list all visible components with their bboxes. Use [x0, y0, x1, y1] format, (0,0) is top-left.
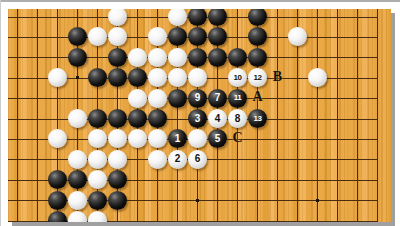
- black-stone: [188, 27, 207, 46]
- black-stone: [228, 48, 247, 67]
- grid-line-vertical: [337, 9, 338, 222]
- black-stone: [108, 191, 127, 210]
- black-stone: [168, 89, 187, 108]
- move-number: 8: [235, 114, 241, 124]
- star-point: [76, 76, 79, 79]
- move-4-stone: 4: [208, 109, 227, 128]
- black-stone: [68, 27, 87, 46]
- black-stone: [88, 68, 107, 87]
- white-stone: [168, 9, 187, 26]
- star-point: [316, 199, 319, 202]
- white-stone: [88, 150, 107, 169]
- point-label-B: B: [273, 69, 282, 85]
- move-number: 9: [195, 93, 201, 103]
- black-stone: [68, 48, 87, 67]
- white-stone: [108, 150, 127, 169]
- grid-line-vertical: [17, 9, 18, 222]
- white-stone: [188, 129, 207, 148]
- black-stone: [168, 27, 187, 46]
- move-6-stone: 6: [188, 150, 207, 169]
- grid-line-vertical: [317, 9, 318, 222]
- top-edge-line: [0, 0, 400, 2]
- grid-line-vertical: [37, 9, 38, 222]
- black-stone: [248, 9, 267, 26]
- white-stone: [108, 129, 127, 148]
- white-stone: [68, 191, 87, 210]
- white-stone: [148, 150, 167, 169]
- left-edge-line: [0, 0, 1, 226]
- white-stone: [148, 27, 167, 46]
- move-1-stone: 1: [168, 129, 187, 148]
- black-stone: [108, 109, 127, 128]
- move-7-stone: 7: [208, 89, 227, 108]
- black-stone: [188, 48, 207, 67]
- white-stone: [108, 27, 127, 46]
- move-2-stone: 2: [168, 150, 187, 169]
- white-stone: [128, 48, 147, 67]
- black-stone: [88, 191, 107, 210]
- black-stone: [48, 170, 67, 189]
- black-stone: [208, 9, 227, 26]
- white-stone: [148, 89, 167, 108]
- white-stone: [168, 48, 187, 67]
- move-number: 1: [175, 134, 181, 144]
- white-stone: [68, 211, 87, 222]
- move-3-stone: 3: [188, 109, 207, 128]
- black-stone: [48, 191, 67, 210]
- white-stone: [128, 89, 147, 108]
- move-9-stone: 9: [188, 89, 207, 108]
- white-stone: [48, 68, 67, 87]
- move-5-stone: 5: [208, 129, 227, 148]
- move-number: 11: [234, 93, 241, 103]
- go-diagram: 10129711348131526ABC: [0, 0, 400, 226]
- white-stone: [188, 68, 207, 87]
- move-number: 6: [195, 154, 201, 164]
- black-stone: [208, 27, 227, 46]
- white-stone: [148, 48, 167, 67]
- black-stone: [88, 109, 107, 128]
- move-number: 7: [215, 93, 221, 103]
- white-stone: [88, 211, 107, 222]
- move-number: 10: [234, 73, 242, 83]
- move-12-stone: 12: [248, 68, 267, 87]
- move-number: 4: [215, 114, 221, 124]
- black-stone: [108, 68, 127, 87]
- black-stone: [128, 68, 147, 87]
- white-stone: [68, 109, 87, 128]
- black-stone: [48, 211, 67, 222]
- move-number: 13: [254, 114, 262, 124]
- move-number: 12: [254, 73, 262, 83]
- move-8-stone: 8: [228, 109, 247, 128]
- black-stone: [108, 170, 127, 189]
- grid-line-vertical: [357, 9, 358, 222]
- white-stone: [68, 150, 87, 169]
- white-stone: [88, 27, 107, 46]
- black-stone: [148, 109, 167, 128]
- white-stone: [88, 129, 107, 148]
- white-stone: [88, 170, 107, 189]
- point-label-C: C: [232, 130, 242, 146]
- white-stone: [148, 68, 167, 87]
- white-stone: [168, 68, 187, 87]
- move-11-stone: 11: [228, 89, 247, 108]
- black-stone: [68, 170, 87, 189]
- black-stone: [208, 48, 227, 67]
- move-number: 3: [195, 114, 201, 124]
- grid-line-vertical: [377, 9, 378, 222]
- grid-line-vertical: [277, 9, 278, 222]
- white-stone: [108, 9, 127, 26]
- point-label-A: A: [252, 89, 262, 105]
- go-board[interactable]: 10129711348131526ABC: [8, 9, 391, 222]
- black-stone: [128, 109, 147, 128]
- move-10-stone: 10: [228, 68, 247, 87]
- black-stone: [248, 27, 267, 46]
- white-stone: [128, 129, 147, 148]
- white-stone: [308, 68, 327, 87]
- move-number: 2: [175, 154, 181, 164]
- move-number: 5: [215, 134, 221, 144]
- black-stone: [188, 9, 207, 26]
- black-stone: [248, 48, 267, 67]
- white-stone: [288, 27, 307, 46]
- white-stone: [48, 129, 67, 148]
- white-stone: [148, 129, 167, 148]
- black-stone: [108, 48, 127, 67]
- move-13-stone: 13: [248, 109, 267, 128]
- star-point: [196, 199, 199, 202]
